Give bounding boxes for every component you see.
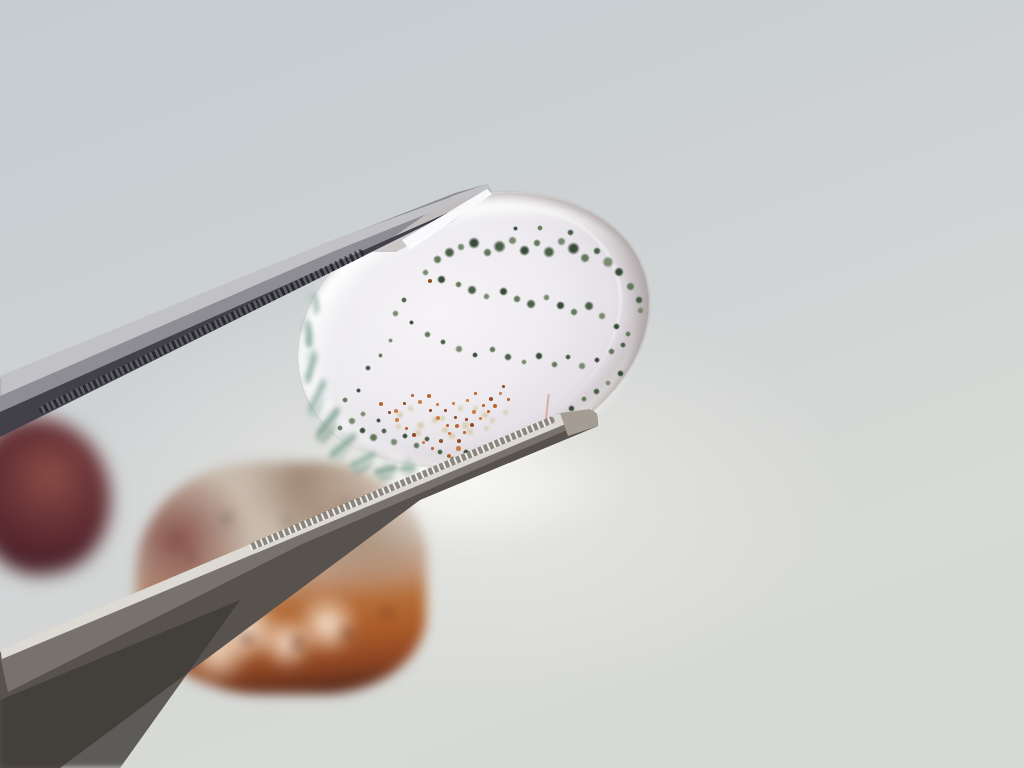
upper-arm-dark-edge [0,0,1024,768]
upper-arm-tip [0,0,1024,768]
upper-arm-serration [38,248,365,414]
upper-arm-body [0,0,1024,768]
upper-arm-top-highlight [0,0,1024,768]
upper-arm-tip-edge-highlight [0,0,1024,768]
photo-canvas [0,0,1024,768]
tweezers-upper-arm [0,0,1024,768]
